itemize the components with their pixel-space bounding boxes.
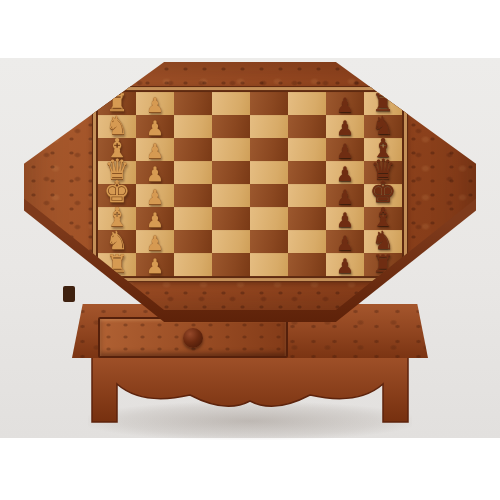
square-g6[interactable] [288,230,326,253]
square-a7[interactable]: ♟ [326,92,364,115]
square-a6[interactable] [288,92,326,115]
square-c5[interactable] [250,138,288,161]
square-a5[interactable] [250,92,288,115]
square-h5[interactable] [250,253,288,276]
scalloped-apron [92,352,408,422]
piece-white-pawn-e2[interactable]: ♟ [146,187,164,207]
square-h6[interactable] [288,253,326,276]
square-c4[interactable] [212,138,250,161]
square-h7[interactable]: ♟ [326,253,364,276]
piece-white-pawn-c2[interactable]: ♟ [146,141,164,161]
square-g5[interactable] [250,230,288,253]
square-b4[interactable] [212,115,250,138]
piece-white-pawn-f2[interactable]: ♟ [146,210,164,230]
square-a4[interactable] [212,92,250,115]
square-e7[interactable]: ♟ [326,184,364,207]
square-f3[interactable] [174,207,212,230]
square-c6[interactable] [288,138,326,161]
piece-black-pawn-g7[interactable]: ♟ [336,233,354,253]
square-a3[interactable] [174,92,212,115]
piece-white-pawn-g2[interactable]: ♟ [146,233,164,253]
square-d5[interactable] [250,161,288,184]
square-c7[interactable]: ♟ [326,138,364,161]
square-e2[interactable]: ♟ [136,184,174,207]
photo-frame: ♜♟♟♜♞♟♟♞♝♟♟♝♛♟♟♛♚♟♟♚♝♟♟♝♞♟♟♞♜♟♟♜ [0,0,500,500]
square-e4[interactable] [212,184,250,207]
square-b7[interactable]: ♟ [326,115,364,138]
square-e3[interactable] [174,184,212,207]
square-g4[interactable] [212,230,250,253]
square-g3[interactable] [174,230,212,253]
square-g7[interactable]: ♟ [326,230,364,253]
piece-white-pawn-h2[interactable]: ♟ [146,256,164,276]
drawer-knob[interactable] [183,328,203,348]
square-d2[interactable]: ♟ [136,161,174,184]
base-skirt [78,352,422,432]
square-c2[interactable]: ♟ [136,138,174,161]
square-d3[interactable] [174,161,212,184]
square-b2[interactable]: ♟ [136,115,174,138]
square-f4[interactable] [212,207,250,230]
piece-black-pawn-a7[interactable]: ♟ [336,95,354,115]
square-d7[interactable]: ♟ [326,161,364,184]
square-h3[interactable] [174,253,212,276]
square-c3[interactable] [174,138,212,161]
piece-white-pawn-a2[interactable]: ♟ [146,95,164,115]
side-latch [63,286,75,302]
piece-black-pawn-f7[interactable]: ♟ [336,210,354,230]
piece-black-pawn-d7[interactable]: ♟ [336,164,354,184]
square-h4[interactable] [212,253,250,276]
piece-black-pawn-h7[interactable]: ♟ [336,256,354,276]
piece-white-pawn-b2[interactable]: ♟ [146,118,164,138]
square-e6[interactable] [288,184,326,207]
square-a2[interactable]: ♟ [136,92,174,115]
square-h2[interactable]: ♟ [136,253,174,276]
square-f7[interactable]: ♟ [326,207,364,230]
square-f5[interactable] [250,207,288,230]
piece-black-pawn-c7[interactable]: ♟ [336,141,354,161]
square-e5[interactable] [250,184,288,207]
square-g2[interactable]: ♟ [136,230,174,253]
square-b3[interactable] [174,115,212,138]
piece-black-pawn-e7[interactable]: ♟ [336,187,354,207]
square-d6[interactable] [288,161,326,184]
piece-black-pawn-b7[interactable]: ♟ [336,118,354,138]
square-f6[interactable] [288,207,326,230]
chess-board: ♜♟♟♜♞♟♟♞♝♟♟♝♛♟♟♛♚♟♟♚♝♟♟♝♞♟♟♞♜♟♟♜ [93,87,407,281]
drawer-front[interactable] [98,317,288,358]
piece-white-pawn-d2[interactable]: ♟ [146,164,164,184]
square-f2[interactable]: ♟ [136,207,174,230]
square-d4[interactable] [212,161,250,184]
square-b6[interactable] [288,115,326,138]
square-b5[interactable] [250,115,288,138]
